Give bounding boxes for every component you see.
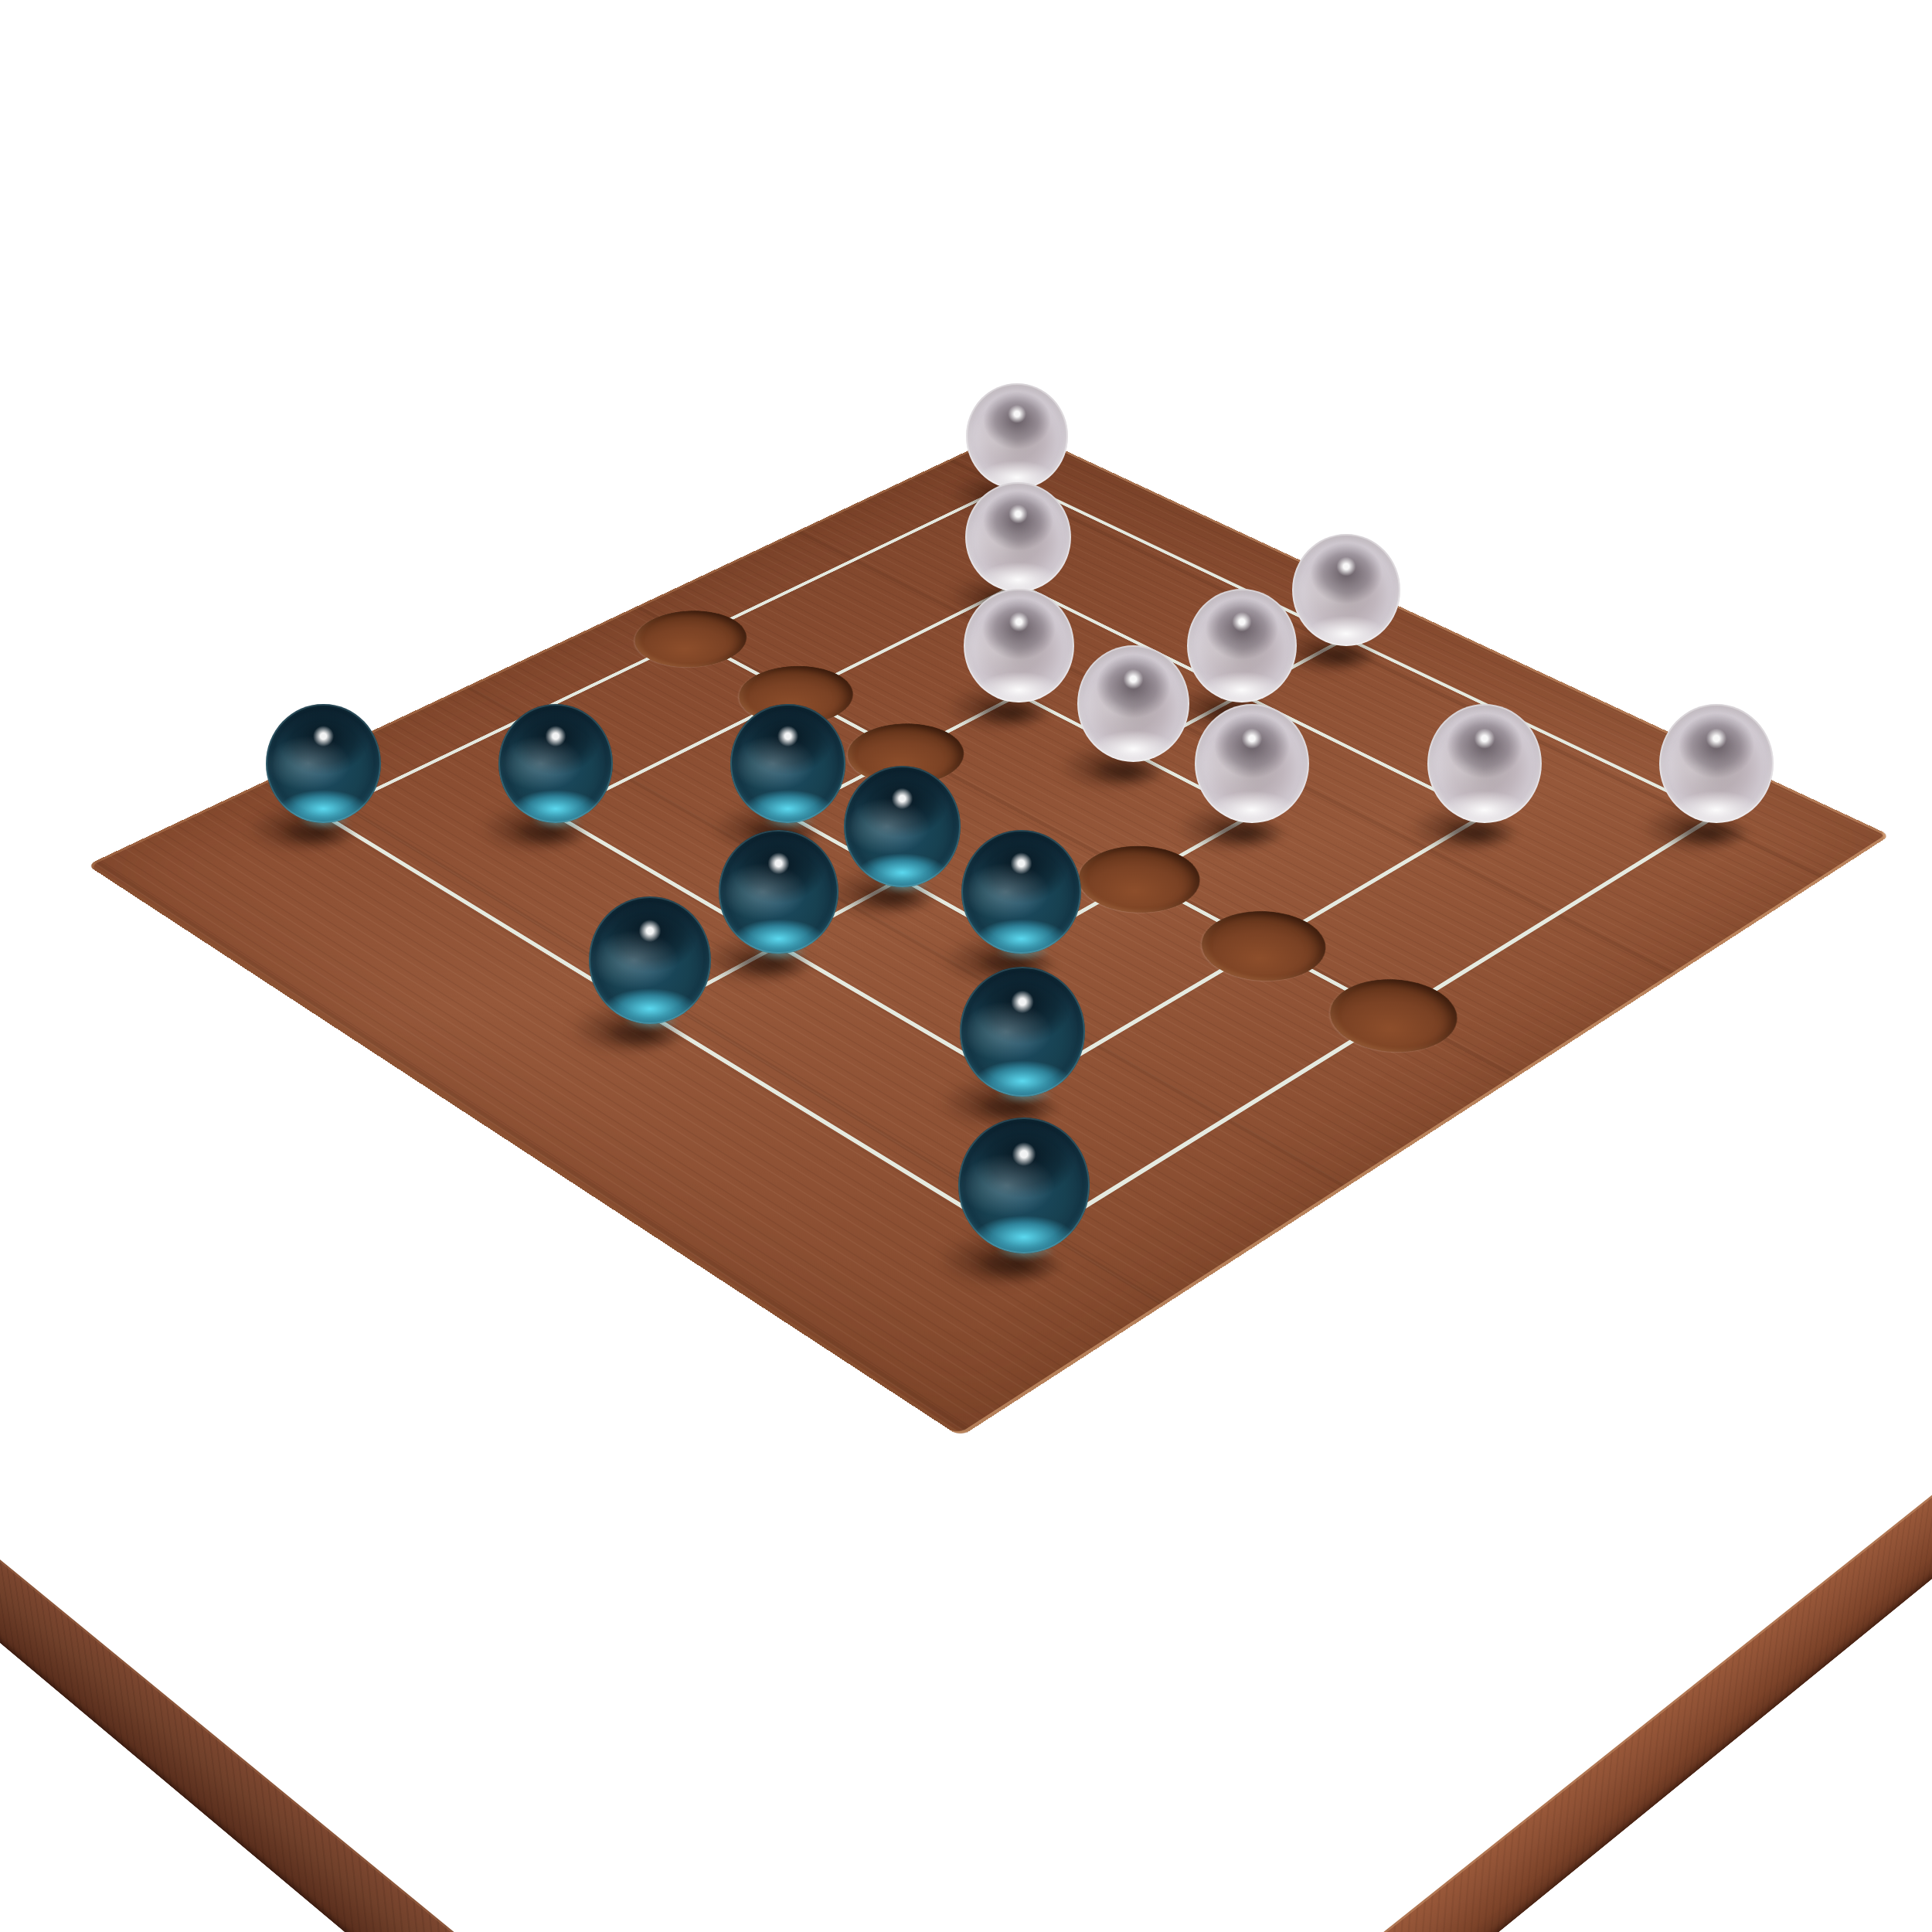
board-scene (0, 0, 1932, 1932)
board-side-face-right (912, 1416, 1932, 1932)
right-midline (1135, 876, 1398, 1017)
board-point-divot-g4[interactable] (1304, 964, 1483, 1067)
bottom-midline (645, 876, 906, 1017)
product-photo-canvas (0, 0, 1932, 1932)
board-point-divot-f4[interactable] (1176, 897, 1351, 995)
board-top-face (87, 428, 1890, 1437)
board-side-face-left (0, 1458, 913, 1932)
morris-grid (323, 481, 1716, 1243)
